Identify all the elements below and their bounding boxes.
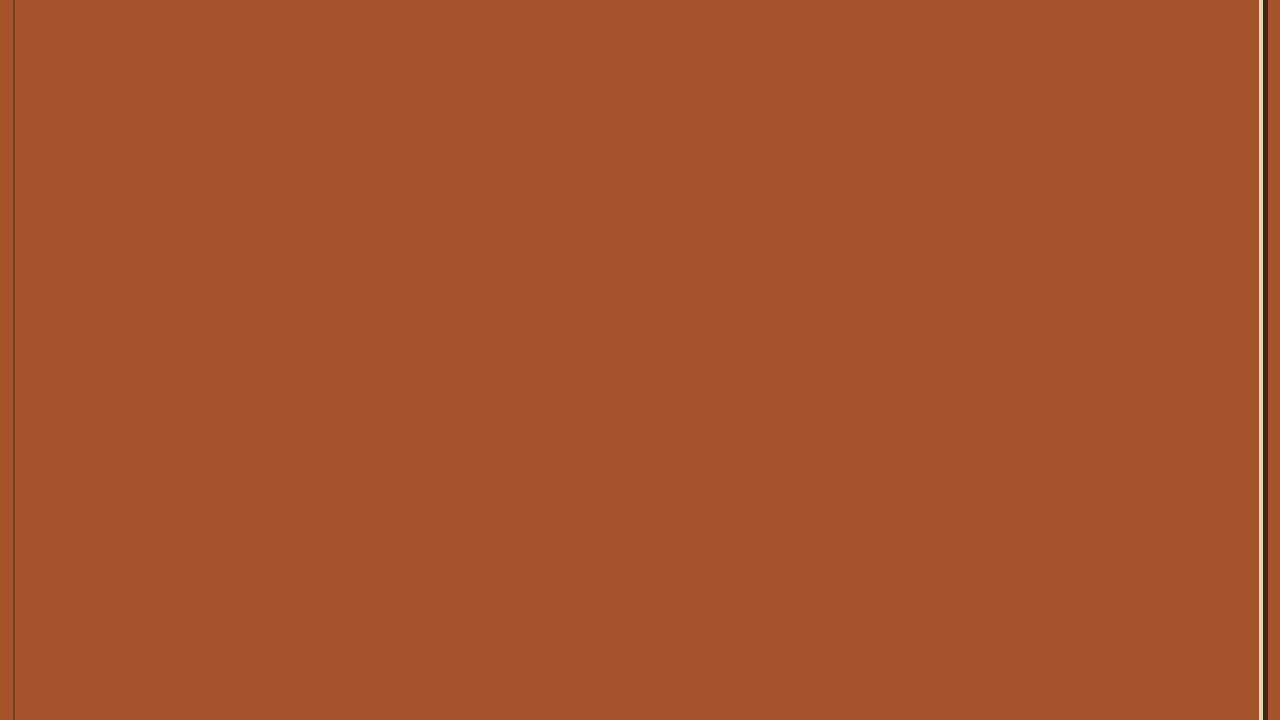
board-left-edge-seam [13, 0, 15, 720]
chess-board [15, 0, 1259, 720]
board-outer-edge-line [1263, 0, 1268, 720]
chessboard-viewport [0, 0, 1280, 720]
